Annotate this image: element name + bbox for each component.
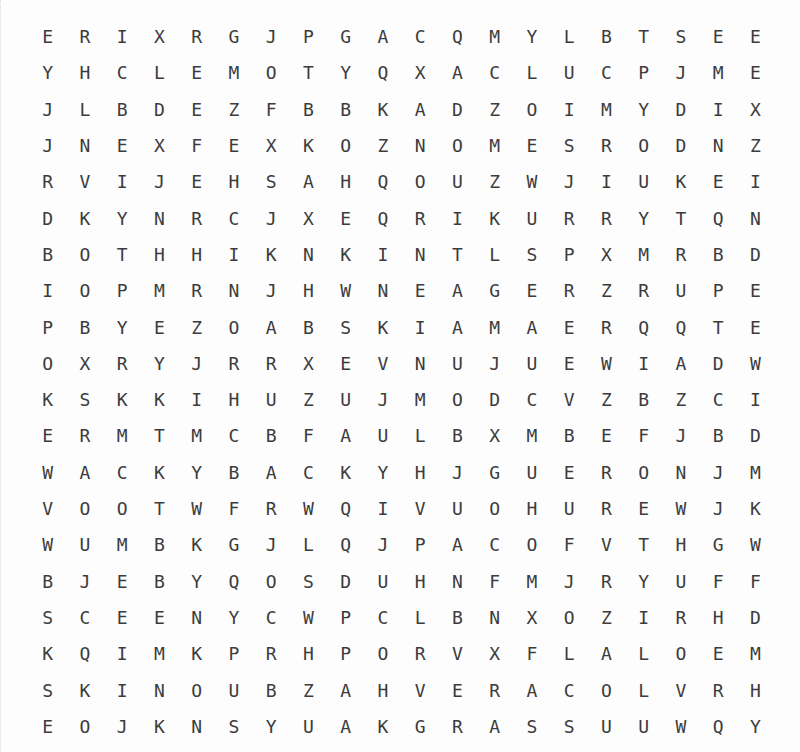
grid-cell[interactable]: Q bbox=[364, 200, 401, 236]
grid-cell[interactable]: R bbox=[700, 672, 737, 708]
grid-cell[interactable]: E bbox=[29, 418, 66, 454]
grid-cell[interactable]: F bbox=[253, 92, 290, 128]
grid-cell[interactable]: H bbox=[513, 491, 550, 527]
grid-cell[interactable]: K bbox=[364, 709, 401, 745]
grid-cell[interactable]: M bbox=[141, 636, 178, 672]
grid-cell[interactable]: E bbox=[551, 455, 588, 491]
grid-cell[interactable]: X bbox=[290, 200, 327, 236]
grid-cell[interactable]: K bbox=[364, 92, 401, 128]
grid-cell[interactable]: A bbox=[476, 709, 513, 745]
grid-cell[interactable]: J bbox=[178, 346, 215, 382]
grid-cell[interactable]: C bbox=[104, 55, 141, 91]
grid-cell[interactable]: U bbox=[290, 709, 327, 745]
grid-cell[interactable]: I bbox=[737, 382, 774, 418]
grid-cell[interactable]: W bbox=[290, 491, 327, 527]
grid-cell[interactable]: L bbox=[290, 527, 327, 563]
grid-cell[interactable]: O bbox=[66, 273, 103, 309]
grid-cell[interactable]: E bbox=[29, 709, 66, 745]
grid-cell[interactable]: C bbox=[215, 200, 252, 236]
grid-cell[interactable]: O bbox=[29, 346, 66, 382]
grid-cell[interactable]: M bbox=[513, 563, 550, 599]
grid-cell[interactable]: L bbox=[551, 636, 588, 672]
grid-cell[interactable]: E bbox=[402, 273, 439, 309]
grid-cell[interactable]: R bbox=[588, 563, 625, 599]
grid-cell[interactable]: D bbox=[662, 128, 699, 164]
grid-cell[interactable]: R bbox=[588, 309, 625, 345]
grid-cell[interactable]: Y bbox=[104, 309, 141, 345]
grid-cell[interactable]: C bbox=[364, 600, 401, 636]
grid-cell[interactable]: V bbox=[402, 491, 439, 527]
grid-cell[interactable]: V bbox=[439, 636, 476, 672]
grid-cell[interactable]: U bbox=[215, 672, 252, 708]
grid-cell[interactable]: W bbox=[290, 600, 327, 636]
grid-cell[interactable]: Z bbox=[588, 273, 625, 309]
grid-cell[interactable]: O bbox=[662, 636, 699, 672]
grid-cell[interactable]: V bbox=[588, 527, 625, 563]
grid-cell[interactable]: C bbox=[402, 19, 439, 55]
grid-cell[interactable]: E bbox=[737, 273, 774, 309]
grid-cell[interactable]: H bbox=[178, 237, 215, 273]
grid-cell[interactable]: B bbox=[253, 418, 290, 454]
grid-cell[interactable]: O bbox=[625, 128, 662, 164]
grid-cell[interactable]: O bbox=[66, 709, 103, 745]
grid-cell[interactable]: O bbox=[513, 527, 550, 563]
grid-cell[interactable]: V bbox=[66, 164, 103, 200]
grid-cell[interactable]: E bbox=[327, 200, 364, 236]
grid-cell[interactable]: B bbox=[215, 455, 252, 491]
grid-cell[interactable]: K bbox=[29, 636, 66, 672]
grid-cell[interactable]: W bbox=[327, 273, 364, 309]
grid-cell[interactable]: Z bbox=[290, 382, 327, 418]
grid-cell[interactable]: W bbox=[178, 491, 215, 527]
grid-cell[interactable]: F bbox=[215, 491, 252, 527]
grid-cell[interactable]: E bbox=[104, 600, 141, 636]
grid-cell[interactable]: T bbox=[625, 527, 662, 563]
grid-cell[interactable]: J bbox=[253, 273, 290, 309]
grid-cell[interactable]: E bbox=[178, 55, 215, 91]
grid-cell[interactable]: K bbox=[253, 237, 290, 273]
grid-cell[interactable]: I bbox=[625, 346, 662, 382]
grid-cell[interactable]: Z bbox=[178, 309, 215, 345]
grid-cell[interactable]: E bbox=[215, 128, 252, 164]
grid-cell[interactable]: T bbox=[104, 237, 141, 273]
grid-cell[interactable]: F bbox=[513, 636, 550, 672]
grid-cell[interactable]: N bbox=[141, 200, 178, 236]
grid-cell[interactable]: I bbox=[104, 19, 141, 55]
grid-cell[interactable]: I bbox=[215, 237, 252, 273]
grid-cell[interactable]: X bbox=[253, 128, 290, 164]
grid-cell[interactable]: O bbox=[178, 672, 215, 708]
grid-cell[interactable]: J bbox=[662, 418, 699, 454]
grid-cell[interactable]: S bbox=[215, 709, 252, 745]
grid-cell[interactable]: A bbox=[402, 92, 439, 128]
grid-cell[interactable]: J bbox=[29, 128, 66, 164]
grid-cell[interactable]: U bbox=[662, 273, 699, 309]
grid-cell[interactable]: I bbox=[178, 382, 215, 418]
grid-cell[interactable]: R bbox=[66, 418, 103, 454]
grid-cell[interactable]: S bbox=[513, 237, 550, 273]
grid-cell[interactable]: P bbox=[700, 273, 737, 309]
grid-cell[interactable]: O bbox=[364, 636, 401, 672]
grid-cell[interactable]: R bbox=[476, 672, 513, 708]
grid-cell[interactable]: J bbox=[700, 491, 737, 527]
grid-cell[interactable]: R bbox=[551, 273, 588, 309]
grid-cell[interactable]: Q bbox=[364, 164, 401, 200]
grid-cell[interactable]: M bbox=[625, 237, 662, 273]
grid-cell[interactable]: O bbox=[215, 309, 252, 345]
grid-cell[interactable]: R bbox=[402, 200, 439, 236]
grid-cell[interactable]: Q bbox=[700, 709, 737, 745]
grid-cell[interactable]: Y bbox=[178, 563, 215, 599]
grid-cell[interactable]: V bbox=[29, 491, 66, 527]
grid-cell[interactable]: U bbox=[551, 55, 588, 91]
grid-cell[interactable]: H bbox=[215, 382, 252, 418]
grid-cell[interactable]: U bbox=[662, 563, 699, 599]
grid-cell[interactable]: U bbox=[253, 382, 290, 418]
grid-cell[interactable]: T bbox=[141, 418, 178, 454]
grid-cell[interactable]: C bbox=[253, 600, 290, 636]
grid-cell[interactable]: I bbox=[402, 309, 439, 345]
grid-cell[interactable]: C bbox=[551, 672, 588, 708]
grid-cell[interactable]: X bbox=[476, 418, 513, 454]
grid-cell[interactable]: M bbox=[141, 273, 178, 309]
grid-cell[interactable]: E bbox=[327, 346, 364, 382]
grid-cell[interactable]: S bbox=[662, 19, 699, 55]
grid-cell[interactable]: D bbox=[737, 237, 774, 273]
grid-cell[interactable]: Z bbox=[588, 600, 625, 636]
grid-cell[interactable]: A bbox=[662, 346, 699, 382]
grid-cell[interactable]: D bbox=[141, 92, 178, 128]
grid-cell[interactable]: R bbox=[253, 636, 290, 672]
grid-cell[interactable]: M bbox=[215, 55, 252, 91]
grid-cell[interactable]: B bbox=[141, 527, 178, 563]
grid-cell[interactable]: P bbox=[551, 237, 588, 273]
grid-cell[interactable]: E bbox=[737, 19, 774, 55]
grid-cell[interactable]: F bbox=[737, 563, 774, 599]
grid-cell[interactable]: A bbox=[327, 418, 364, 454]
grid-cell[interactable]: U bbox=[513, 200, 550, 236]
grid-cell[interactable]: L bbox=[402, 600, 439, 636]
grid-cell[interactable]: Z bbox=[737, 128, 774, 164]
grid-cell[interactable]: O bbox=[253, 55, 290, 91]
grid-cell[interactable]: I bbox=[588, 164, 625, 200]
grid-cell[interactable]: H bbox=[662, 527, 699, 563]
grid-cell[interactable]: U bbox=[439, 346, 476, 382]
grid-cell[interactable]: E bbox=[439, 672, 476, 708]
grid-cell[interactable]: J bbox=[476, 346, 513, 382]
grid-cell[interactable]: T bbox=[141, 491, 178, 527]
grid-cell[interactable]: R bbox=[662, 600, 699, 636]
grid-cell[interactable]: C bbox=[476, 55, 513, 91]
grid-cell[interactable]: B bbox=[253, 672, 290, 708]
grid-cell[interactable]: J bbox=[253, 527, 290, 563]
grid-cell[interactable]: O bbox=[253, 563, 290, 599]
grid-cell[interactable]: R bbox=[104, 346, 141, 382]
grid-cell[interactable]: H bbox=[402, 455, 439, 491]
grid-cell[interactable]: S bbox=[66, 382, 103, 418]
grid-cell[interactable]: C bbox=[700, 382, 737, 418]
grid-cell[interactable]: S bbox=[29, 600, 66, 636]
grid-cell[interactable]: J bbox=[551, 164, 588, 200]
grid-cell[interactable]: M bbox=[588, 92, 625, 128]
grid-cell[interactable]: R bbox=[66, 19, 103, 55]
grid-cell[interactable]: B bbox=[327, 92, 364, 128]
grid-cell[interactable]: U bbox=[439, 491, 476, 527]
grid-cell[interactable]: J bbox=[66, 563, 103, 599]
grid-cell[interactable]: Y bbox=[513, 19, 550, 55]
grid-cell[interactable]: X bbox=[513, 600, 550, 636]
grid-cell[interactable]: E bbox=[700, 164, 737, 200]
grid-cell[interactable]: N bbox=[178, 600, 215, 636]
grid-cell[interactable]: N bbox=[439, 563, 476, 599]
grid-cell[interactable]: N bbox=[402, 128, 439, 164]
grid-cell[interactable]: B bbox=[290, 92, 327, 128]
grid-cell[interactable]: A bbox=[439, 527, 476, 563]
grid-cell[interactable]: N bbox=[178, 709, 215, 745]
grid-cell[interactable]: R bbox=[588, 128, 625, 164]
grid-cell[interactable]: F bbox=[625, 418, 662, 454]
grid-cell[interactable]: J bbox=[29, 92, 66, 128]
grid-cell[interactable]: I bbox=[551, 92, 588, 128]
grid-cell[interactable]: Y bbox=[178, 455, 215, 491]
grid-cell[interactable]: B bbox=[700, 237, 737, 273]
grid-cell[interactable]: G bbox=[215, 527, 252, 563]
grid-cell[interactable]: A bbox=[290, 164, 327, 200]
grid-cell[interactable]: K bbox=[141, 709, 178, 745]
grid-cell[interactable]: P bbox=[215, 636, 252, 672]
grid-cell[interactable]: I bbox=[625, 600, 662, 636]
grid-cell[interactable]: B bbox=[66, 309, 103, 345]
grid-cell[interactable]: N bbox=[476, 600, 513, 636]
grid-cell[interactable]: L bbox=[625, 672, 662, 708]
grid-cell[interactable]: K bbox=[327, 237, 364, 273]
grid-cell[interactable]: P bbox=[327, 636, 364, 672]
grid-cell[interactable]: I bbox=[104, 672, 141, 708]
grid-cell[interactable]: C bbox=[513, 382, 550, 418]
grid-cell[interactable]: Y bbox=[215, 600, 252, 636]
grid-cell[interactable]: F bbox=[476, 563, 513, 599]
grid-cell[interactable]: A bbox=[439, 273, 476, 309]
grid-cell[interactable]: A bbox=[513, 309, 550, 345]
grid-cell[interactable]: G bbox=[215, 19, 252, 55]
grid-cell[interactable]: C bbox=[104, 455, 141, 491]
grid-cell[interactable]: Z bbox=[662, 382, 699, 418]
grid-cell[interactable]: D bbox=[662, 92, 699, 128]
grid-cell[interactable]: D bbox=[327, 563, 364, 599]
grid-cell[interactable]: Q bbox=[364, 55, 401, 91]
grid-cell[interactable]: E bbox=[737, 309, 774, 345]
grid-cell[interactable]: U bbox=[327, 382, 364, 418]
grid-cell[interactable]: Y bbox=[327, 55, 364, 91]
grid-cell[interactable]: R bbox=[662, 237, 699, 273]
grid-cell[interactable]: J bbox=[253, 200, 290, 236]
grid-cell[interactable]: H bbox=[66, 55, 103, 91]
grid-cell[interactable]: B bbox=[588, 19, 625, 55]
grid-cell[interactable]: D bbox=[737, 418, 774, 454]
grid-cell[interactable]: N bbox=[737, 200, 774, 236]
grid-cell[interactable]: E bbox=[700, 19, 737, 55]
grid-cell[interactable]: U bbox=[513, 346, 550, 382]
grid-cell[interactable]: N bbox=[402, 237, 439, 273]
grid-cell[interactable]: S bbox=[513, 709, 550, 745]
grid-cell[interactable]: T bbox=[439, 237, 476, 273]
grid-cell[interactable]: O bbox=[327, 128, 364, 164]
grid-cell[interactable]: Q bbox=[700, 200, 737, 236]
grid-cell[interactable]: P bbox=[29, 309, 66, 345]
grid-cell[interactable]: H bbox=[141, 237, 178, 273]
grid-cell[interactable]: A bbox=[253, 309, 290, 345]
grid-cell[interactable]: O bbox=[402, 164, 439, 200]
grid-cell[interactable]: W bbox=[662, 491, 699, 527]
grid-cell[interactable]: R bbox=[178, 19, 215, 55]
grid-cell[interactable]: W bbox=[588, 346, 625, 382]
grid-cell[interactable]: J bbox=[364, 527, 401, 563]
grid-cell[interactable]: C bbox=[476, 527, 513, 563]
grid-cell[interactable]: Y bbox=[364, 455, 401, 491]
grid-cell[interactable]: W bbox=[513, 164, 550, 200]
grid-cell[interactable]: I bbox=[104, 164, 141, 200]
grid-cell[interactable]: V bbox=[662, 672, 699, 708]
grid-cell[interactable]: E bbox=[700, 636, 737, 672]
grid-cell[interactable]: M bbox=[700, 55, 737, 91]
grid-cell[interactable]: S bbox=[327, 309, 364, 345]
grid-cell[interactable]: D bbox=[29, 200, 66, 236]
grid-cell[interactable]: Q bbox=[662, 309, 699, 345]
grid-cell[interactable]: L bbox=[513, 55, 550, 91]
grid-cell[interactable]: L bbox=[551, 19, 588, 55]
grid-cell[interactable]: O bbox=[439, 128, 476, 164]
grid-cell[interactable]: E bbox=[551, 309, 588, 345]
grid-cell[interactable]: B bbox=[290, 309, 327, 345]
grid-cell[interactable]: Y bbox=[104, 200, 141, 236]
grid-cell[interactable]: M bbox=[476, 128, 513, 164]
grid-cell[interactable]: Q bbox=[215, 563, 252, 599]
grid-cell[interactable]: E bbox=[104, 563, 141, 599]
grid-cell[interactable]: K bbox=[29, 382, 66, 418]
grid-cell[interactable]: G bbox=[327, 19, 364, 55]
grid-cell[interactable]: J bbox=[364, 382, 401, 418]
grid-cell[interactable]: F bbox=[700, 563, 737, 599]
grid-cell[interactable]: R bbox=[253, 346, 290, 382]
grid-cell[interactable]: U bbox=[439, 164, 476, 200]
grid-cell[interactable]: R bbox=[551, 200, 588, 236]
grid-cell[interactable]: Z bbox=[215, 92, 252, 128]
grid-cell[interactable]: N bbox=[402, 346, 439, 382]
grid-cell[interactable]: B bbox=[439, 418, 476, 454]
grid-cell[interactable]: N bbox=[662, 455, 699, 491]
grid-cell[interactable]: O bbox=[625, 455, 662, 491]
grid-cell[interactable]: A bbox=[327, 709, 364, 745]
grid-cell[interactable]: W bbox=[737, 527, 774, 563]
grid-cell[interactable]: P bbox=[327, 600, 364, 636]
grid-cell[interactable]: U bbox=[513, 455, 550, 491]
grid-cell[interactable]: K bbox=[141, 382, 178, 418]
grid-cell[interactable]: Z bbox=[588, 382, 625, 418]
grid-cell[interactable]: K bbox=[662, 164, 699, 200]
grid-cell[interactable]: J bbox=[439, 455, 476, 491]
grid-cell[interactable]: V bbox=[402, 672, 439, 708]
grid-cell[interactable]: L bbox=[402, 418, 439, 454]
grid-cell[interactable]: J bbox=[551, 563, 588, 599]
grid-cell[interactable]: I bbox=[700, 92, 737, 128]
grid-cell[interactable]: C bbox=[66, 600, 103, 636]
grid-cell[interactable]: P bbox=[625, 55, 662, 91]
grid-cell[interactable]: M bbox=[476, 309, 513, 345]
grid-cell[interactable]: U bbox=[364, 563, 401, 599]
grid-cell[interactable]: K bbox=[327, 455, 364, 491]
grid-cell[interactable]: A bbox=[364, 19, 401, 55]
grid-cell[interactable]: N bbox=[215, 273, 252, 309]
grid-cell[interactable]: E bbox=[141, 309, 178, 345]
grid-cell[interactable]: E bbox=[551, 346, 588, 382]
grid-cell[interactable]: K bbox=[290, 128, 327, 164]
grid-cell[interactable]: O bbox=[588, 672, 625, 708]
grid-cell[interactable]: G bbox=[700, 527, 737, 563]
grid-cell[interactable]: D bbox=[700, 346, 737, 382]
grid-cell[interactable]: H bbox=[364, 672, 401, 708]
grid-cell[interactable]: N bbox=[700, 128, 737, 164]
grid-cell[interactable]: M bbox=[476, 19, 513, 55]
grid-cell[interactable]: K bbox=[66, 672, 103, 708]
grid-cell[interactable]: T bbox=[625, 19, 662, 55]
grid-cell[interactable]: K bbox=[104, 382, 141, 418]
grid-cell[interactable]: U bbox=[66, 527, 103, 563]
grid-cell[interactable]: J bbox=[700, 455, 737, 491]
grid-cell[interactable]: A bbox=[66, 455, 103, 491]
grid-cell[interactable]: R bbox=[402, 636, 439, 672]
grid-cell[interactable]: R bbox=[178, 273, 215, 309]
grid-cell[interactable]: E bbox=[29, 19, 66, 55]
grid-cell[interactable]: Q bbox=[327, 527, 364, 563]
grid-cell[interactable]: Y bbox=[29, 55, 66, 91]
grid-cell[interactable]: Y bbox=[625, 563, 662, 599]
grid-cell[interactable]: F bbox=[551, 527, 588, 563]
grid-cell[interactable]: R bbox=[625, 273, 662, 309]
grid-cell[interactable]: G bbox=[402, 709, 439, 745]
grid-cell[interactable]: T bbox=[290, 55, 327, 91]
grid-cell[interactable]: R bbox=[588, 491, 625, 527]
grid-cell[interactable]: O bbox=[66, 491, 103, 527]
grid-cell[interactable]: I bbox=[29, 273, 66, 309]
grid-cell[interactable]: O bbox=[551, 600, 588, 636]
grid-cell[interactable]: U bbox=[551, 491, 588, 527]
grid-cell[interactable]: N bbox=[66, 128, 103, 164]
grid-cell[interactable]: S bbox=[551, 709, 588, 745]
grid-cell[interactable]: K bbox=[178, 527, 215, 563]
grid-cell[interactable]: H bbox=[737, 672, 774, 708]
grid-cell[interactable]: X bbox=[66, 346, 103, 382]
grid-cell[interactable]: M bbox=[513, 418, 550, 454]
grid-cell[interactable]: R bbox=[178, 200, 215, 236]
grid-cell[interactable]: A bbox=[439, 55, 476, 91]
grid-cell[interactable]: U bbox=[625, 709, 662, 745]
grid-cell[interactable]: I bbox=[737, 164, 774, 200]
grid-cell[interactable]: H bbox=[215, 164, 252, 200]
grid-cell[interactable]: N bbox=[290, 237, 327, 273]
grid-cell[interactable]: L bbox=[625, 636, 662, 672]
grid-cell[interactable]: K bbox=[737, 491, 774, 527]
grid-cell[interactable]: X bbox=[141, 19, 178, 55]
grid-cell[interactable]: O bbox=[513, 92, 550, 128]
grid-cell[interactable]: B bbox=[104, 92, 141, 128]
grid-cell[interactable]: T bbox=[662, 200, 699, 236]
grid-cell[interactable]: P bbox=[402, 527, 439, 563]
grid-cell[interactable]: C bbox=[588, 55, 625, 91]
grid-cell[interactable]: P bbox=[104, 273, 141, 309]
grid-cell[interactable]: W bbox=[662, 709, 699, 745]
grid-cell[interactable]: Q bbox=[327, 491, 364, 527]
grid-cell[interactable]: X bbox=[588, 237, 625, 273]
